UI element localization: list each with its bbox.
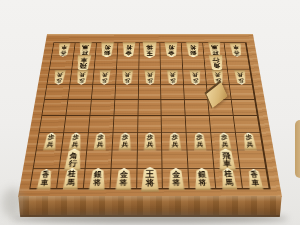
piece-kanji: 馬 bbox=[211, 44, 218, 49]
piece-金将-sente[interactable]: 金将 bbox=[115, 168, 132, 191]
square-8-9[interactable]: 桂馬 bbox=[57, 169, 85, 189]
square-1-6[interactable] bbox=[234, 116, 261, 133]
piece-kanji: 兵 bbox=[237, 72, 244, 77]
piece-kanji: 兵 bbox=[79, 72, 85, 77]
piece-桂馬-gote[interactable]: 桂馬 bbox=[207, 42, 221, 57]
piece-桂馬-sente[interactable]: 桂馬 bbox=[62, 168, 80, 190]
square-4-5[interactable] bbox=[162, 100, 186, 116]
square-8-5[interactable] bbox=[66, 100, 91, 116]
square-9-2[interactable] bbox=[50, 56, 74, 70]
piece-歩兵-gote[interactable]: 歩兵 bbox=[189, 70, 202, 85]
square-6-6[interactable] bbox=[113, 116, 138, 133]
board-side-shadow bbox=[2, 188, 24, 218]
piece-kanji: 歩 bbox=[170, 77, 176, 82]
square-1-3[interactable]: 歩兵 bbox=[228, 70, 253, 85]
piece-歩兵-gote[interactable]: 歩兵 bbox=[233, 70, 247, 85]
piece-銀将-sente[interactable]: 銀将 bbox=[88, 168, 106, 191]
piece-飛車-gote[interactable]: 飛車 bbox=[75, 55, 92, 72]
piece-kanji: 兵 bbox=[71, 141, 78, 147]
piece-kanji: 馬 bbox=[82, 44, 89, 49]
square-3-3[interactable]: 歩兵 bbox=[183, 70, 207, 85]
piece-kanji: 兵 bbox=[102, 72, 108, 77]
square-6-5[interactable] bbox=[114, 100, 138, 116]
piece-kanji: 兵 bbox=[122, 141, 129, 147]
shogi-board-top: 香車桂馬銀将金将玉将金将銀将桂馬香車飛車角行歩兵歩兵歩兵歩兵歩兵歩兵歩兵歩兵歩兵… bbox=[18, 34, 282, 197]
piece-kanji: 歩 bbox=[147, 77, 153, 82]
square-6-2[interactable] bbox=[117, 56, 140, 70]
square-2-6[interactable] bbox=[210, 116, 236, 133]
piece-kanji: 兵 bbox=[46, 141, 53, 147]
square-9-7[interactable]: 歩兵 bbox=[37, 133, 64, 151]
piece-kanji: 飛 bbox=[80, 63, 88, 69]
square-6-3[interactable]: 歩兵 bbox=[116, 70, 139, 85]
piece-kanji: 将 bbox=[125, 44, 132, 49]
piece-kanji: 角 bbox=[213, 63, 221, 69]
square-2-9[interactable]: 桂馬 bbox=[215, 169, 243, 189]
shogi-board-grid: 香車桂馬銀将金将玉将金将銀将桂馬香車飛車角行歩兵歩兵歩兵歩兵歩兵歩兵歩兵歩兵歩兵… bbox=[29, 42, 271, 189]
square-3-8[interactable] bbox=[188, 150, 215, 169]
piece-香車-sente[interactable]: 香車 bbox=[246, 168, 264, 189]
piece-kanji: 車 bbox=[61, 45, 68, 50]
piece-kanji: 歩 bbox=[124, 77, 130, 82]
piece-kanji: 将 bbox=[93, 179, 101, 187]
piece-kanji: 将 bbox=[146, 44, 153, 50]
square-3-5[interactable] bbox=[185, 100, 210, 116]
piece-桂馬-gote[interactable]: 桂馬 bbox=[78, 42, 92, 57]
square-1-5[interactable] bbox=[232, 100, 258, 116]
square-5-2[interactable] bbox=[139, 56, 161, 70]
square-4-4[interactable] bbox=[161, 85, 185, 100]
piece-kanji: 車 bbox=[232, 45, 239, 50]
square-5-7[interactable]: 歩兵 bbox=[137, 133, 162, 151]
square-8-2[interactable]: 飛車 bbox=[72, 56, 96, 70]
square-1-2[interactable] bbox=[226, 56, 250, 70]
piece-kanji: 兵 bbox=[246, 141, 253, 147]
piece-kanji: 兵 bbox=[97, 141, 104, 147]
piece-kanji: 将 bbox=[168, 44, 175, 49]
piece-kanji: 兵 bbox=[172, 141, 179, 147]
piece-歩兵-sente[interactable]: 歩兵 bbox=[43, 133, 59, 151]
square-7-5[interactable] bbox=[90, 100, 115, 116]
piece-歩兵-gote[interactable]: 歩兵 bbox=[121, 70, 133, 85]
square-6-8[interactable] bbox=[111, 150, 137, 169]
square-1-9[interactable]: 香車 bbox=[241, 169, 270, 189]
piece-歩兵-gote[interactable]: 歩兵 bbox=[98, 70, 111, 85]
square-9-6[interactable] bbox=[40, 116, 67, 133]
square-8-7[interactable]: 歩兵 bbox=[62, 133, 89, 151]
square-9-1[interactable]: 香車 bbox=[52, 43, 75, 56]
square-3-6[interactable] bbox=[186, 116, 211, 133]
piece-桂馬-sente[interactable]: 桂馬 bbox=[220, 168, 238, 190]
square-5-5[interactable] bbox=[138, 100, 162, 116]
piece-歩兵-gote[interactable]: 歩兵 bbox=[53, 70, 67, 85]
square-9-5[interactable] bbox=[42, 100, 68, 116]
piece-kanji: 将 bbox=[172, 179, 180, 187]
piece-歩兵-sente[interactable]: 歩兵 bbox=[93, 133, 107, 151]
square-3-7[interactable]: 歩兵 bbox=[187, 133, 213, 151]
square-4-3[interactable]: 歩兵 bbox=[161, 70, 184, 85]
piece-kanji: 兵 bbox=[125, 72, 131, 77]
piece-歩兵-sente[interactable]: 歩兵 bbox=[242, 133, 258, 151]
square-8-8[interactable]: 角行 bbox=[59, 150, 87, 169]
square-3-9[interactable]: 銀将 bbox=[189, 169, 217, 189]
piece-kanji: 将 bbox=[190, 44, 197, 49]
piece-kanji: 行 bbox=[68, 160, 77, 168]
piece-銀将-gote[interactable]: 銀将 bbox=[186, 42, 201, 57]
square-6-1[interactable]: 金将 bbox=[117, 43, 139, 56]
square-8-6[interactable] bbox=[64, 116, 90, 133]
piece-kanji: 兵 bbox=[147, 141, 154, 147]
piece-香車-sente[interactable]: 香車 bbox=[36, 168, 54, 189]
piece-歩兵-sente[interactable]: 歩兵 bbox=[217, 133, 232, 151]
piece-kanji: 車 bbox=[251, 179, 259, 186]
square-5-8[interactable] bbox=[137, 150, 163, 169]
square-8-4[interactable] bbox=[68, 85, 93, 100]
piece-kanji: 将 bbox=[120, 179, 128, 187]
square-2-7[interactable]: 歩兵 bbox=[211, 133, 238, 151]
square-2-8[interactable]: 飛車 bbox=[213, 150, 241, 169]
square-9-9[interactable]: 香車 bbox=[30, 169, 59, 189]
piece-kanji: 兵 bbox=[147, 72, 153, 77]
piece-歩兵-gote[interactable]: 歩兵 bbox=[76, 70, 89, 85]
piece-歩兵-sente[interactable]: 歩兵 bbox=[143, 133, 156, 151]
square-1-7[interactable]: 歩兵 bbox=[236, 133, 263, 151]
square-3-1[interactable]: 銀将 bbox=[182, 43, 205, 56]
square-7-7[interactable]: 歩兵 bbox=[87, 133, 113, 151]
piece-歩兵-sente[interactable]: 歩兵 bbox=[193, 133, 207, 151]
piece-飛車-sente[interactable]: 飛車 bbox=[217, 148, 237, 170]
piece-kanji: 車 bbox=[223, 160, 232, 168]
piece-kanji: 歩 bbox=[79, 77, 85, 82]
square-6-7[interactable]: 歩兵 bbox=[112, 133, 138, 151]
piece-歩兵-sente[interactable]: 歩兵 bbox=[168, 133, 182, 151]
piece-kanji: 将 bbox=[104, 44, 111, 49]
piece-kanji: 兵 bbox=[196, 141, 203, 147]
piece-kanji: 兵 bbox=[57, 72, 64, 77]
piece-角行-gote[interactable]: 角行 bbox=[208, 55, 225, 72]
square-4-8[interactable] bbox=[163, 150, 189, 169]
piece-金将-sente[interactable]: 金将 bbox=[168, 168, 185, 191]
piece-kanji: 馬 bbox=[67, 179, 76, 187]
square-4-7[interactable]: 歩兵 bbox=[162, 133, 188, 151]
square-1-1[interactable]: 香車 bbox=[225, 43, 248, 56]
piece-角行-sente[interactable]: 角行 bbox=[63, 148, 83, 170]
square-5-4[interactable] bbox=[138, 85, 161, 100]
piece-kanji: 車 bbox=[80, 57, 88, 63]
square-7-2[interactable] bbox=[94, 56, 117, 70]
piece-香車-gote[interactable]: 香車 bbox=[229, 42, 243, 56]
piece-kanji: 兵 bbox=[192, 72, 198, 77]
square-9-8[interactable] bbox=[34, 150, 62, 169]
piece-金将-gote[interactable]: 金将 bbox=[165, 42, 179, 57]
piece-kanji: 兵 bbox=[214, 72, 220, 77]
square-5-1[interactable]: 玉将 bbox=[139, 43, 161, 56]
square-7-4[interactable] bbox=[92, 85, 116, 100]
piece-kanji: 歩 bbox=[237, 77, 244, 82]
square-7-6[interactable] bbox=[89, 116, 114, 133]
square-4-2[interactable] bbox=[161, 56, 184, 70]
piece-金将-gote[interactable]: 金将 bbox=[121, 42, 135, 57]
square-4-9[interactable]: 金将 bbox=[163, 169, 190, 189]
square-5-9[interactable]: 王将 bbox=[137, 169, 164, 189]
square-4-1[interactable]: 金将 bbox=[161, 43, 183, 56]
square-8-1[interactable]: 桂馬 bbox=[74, 43, 97, 56]
shogi-photo-scene: 香車桂馬銀将金将玉将金将銀将桂馬香車飛車角行歩兵歩兵歩兵歩兵歩兵歩兵歩兵歩兵歩兵… bbox=[0, 0, 300, 225]
square-6-4[interactable] bbox=[115, 85, 139, 100]
piece-kanji: 兵 bbox=[169, 72, 175, 77]
partial-object-right-edge bbox=[295, 120, 300, 178]
square-2-2[interactable]: 角行 bbox=[204, 56, 228, 70]
square-5-6[interactable] bbox=[138, 116, 163, 133]
square-5-3[interactable]: 歩兵 bbox=[139, 70, 162, 85]
piece-kanji: 兵 bbox=[221, 141, 228, 147]
square-7-3[interactable]: 歩兵 bbox=[93, 70, 117, 85]
piece-銀将-gote[interactable]: 銀将 bbox=[99, 42, 114, 57]
piece-歩兵-gote[interactable]: 歩兵 bbox=[166, 70, 178, 85]
square-7-1[interactable]: 銀将 bbox=[96, 43, 119, 56]
square-7-8[interactable] bbox=[85, 150, 112, 169]
square-6-9[interactable]: 金将 bbox=[110, 169, 137, 189]
piece-王将-sente[interactable]: 王将 bbox=[141, 167, 160, 192]
square-7-9[interactable]: 銀将 bbox=[84, 169, 112, 189]
piece-歩兵-sente[interactable]: 歩兵 bbox=[68, 133, 83, 151]
piece-kanji: 車 bbox=[40, 179, 48, 186]
piece-kanji: 歩 bbox=[102, 77, 108, 82]
square-4-6[interactable] bbox=[162, 116, 187, 133]
piece-kanji: 将 bbox=[146, 179, 155, 188]
square-8-3[interactable]: 歩兵 bbox=[70, 70, 94, 85]
square-3-2[interactable] bbox=[183, 56, 206, 70]
square-1-4[interactable] bbox=[230, 85, 255, 100]
square-1-8[interactable] bbox=[238, 150, 266, 169]
piece-銀将-sente[interactable]: 銀将 bbox=[193, 168, 211, 191]
piece-香車-gote[interactable]: 香車 bbox=[57, 42, 71, 56]
board-shadow bbox=[12, 214, 288, 223]
piece-kanji: 歩 bbox=[192, 77, 198, 82]
piece-kanji: 桂 bbox=[211, 49, 218, 54]
piece-kanji: 馬 bbox=[225, 179, 234, 187]
piece-kanji: 歩 bbox=[56, 77, 63, 82]
square-2-1[interactable]: 桂馬 bbox=[203, 43, 226, 56]
square-9-3[interactable]: 歩兵 bbox=[47, 70, 72, 85]
piece-kanji: 行 bbox=[212, 57, 220, 63]
piece-kanji: 将 bbox=[199, 179, 207, 187]
piece-kanji: 桂 bbox=[82, 49, 89, 54]
piece-歩兵-sente[interactable]: 歩兵 bbox=[118, 133, 132, 151]
piece-歩兵-gote[interactable]: 歩兵 bbox=[144, 70, 156, 85]
square-9-4[interactable] bbox=[45, 85, 70, 100]
